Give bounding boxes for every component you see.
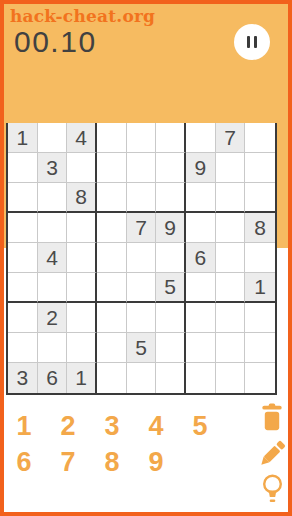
- cell-r5c1[interactable]: [8, 243, 38, 273]
- cell-r4c4[interactable]: [97, 213, 127, 243]
- cell-r3c9[interactable]: [245, 183, 275, 213]
- cell-r6c1[interactable]: [8, 273, 38, 303]
- cell-r8c9[interactable]: [245, 333, 275, 363]
- cell-r5c6[interactable]: [156, 243, 186, 273]
- cell-r4c8[interactable]: [216, 213, 246, 243]
- cell-r2c4[interactable]: [97, 153, 127, 183]
- cell-r6c4[interactable]: [97, 273, 127, 303]
- pause-icon: [254, 36, 257, 48]
- cell-r8c3[interactable]: [67, 333, 97, 363]
- cell-r7c9[interactable]: [245, 303, 275, 333]
- app-frame: hack-cheat.org 00.10 147398798465125361 …: [0, 0, 292, 516]
- cell-r8c8[interactable]: [216, 333, 246, 363]
- sudoku-board: 147398798465125361: [6, 123, 277, 395]
- cell-r2c9[interactable]: [245, 153, 275, 183]
- pause-button[interactable]: [234, 24, 270, 60]
- cell-r2c7[interactable]: 9: [186, 153, 216, 183]
- cell-r1c7[interactable]: [186, 123, 216, 153]
- cell-r7c2[interactable]: 2: [38, 303, 68, 333]
- cell-r9c7[interactable]: [186, 363, 216, 393]
- cell-r7c7[interactable]: [186, 303, 216, 333]
- cell-r3c2[interactable]: [38, 183, 68, 213]
- cell-r7c6[interactable]: [156, 303, 186, 333]
- cell-r1c8[interactable]: 7: [216, 123, 246, 153]
- numpad-3[interactable]: 3: [94, 411, 130, 441]
- cell-r5c4[interactable]: [97, 243, 127, 273]
- cell-r2c1[interactable]: [8, 153, 38, 183]
- cell-r4c3[interactable]: [67, 213, 97, 243]
- cell-r9c5[interactable]: [127, 363, 157, 393]
- cell-r1c4[interactable]: [97, 123, 127, 153]
- cell-r1c6[interactable]: [156, 123, 186, 153]
- cell-r6c3[interactable]: [67, 273, 97, 303]
- cell-r8c7[interactable]: [186, 333, 216, 363]
- cell-r1c5[interactable]: [127, 123, 157, 153]
- numpad-row-1: 1 2 3 4 5: [6, 411, 218, 441]
- trash-icon: [259, 403, 285, 431]
- lightbulb-icon: [260, 473, 285, 505]
- numpad-8[interactable]: 8: [94, 447, 130, 477]
- cell-r2c2[interactable]: 3: [38, 153, 68, 183]
- cell-r9c8[interactable]: [216, 363, 246, 393]
- cell-r7c3[interactable]: [67, 303, 97, 333]
- cell-r4c6[interactable]: 9: [156, 213, 186, 243]
- cell-r7c4[interactable]: [97, 303, 127, 333]
- cell-r1c1[interactable]: 1: [8, 123, 38, 153]
- cell-r7c5[interactable]: [127, 303, 157, 333]
- cell-r2c3[interactable]: [67, 153, 97, 183]
- cell-r3c1[interactable]: [8, 183, 38, 213]
- cell-r9c2[interactable]: 6: [38, 363, 68, 393]
- numpad-9[interactable]: 9: [138, 447, 174, 477]
- cell-r9c6[interactable]: [156, 363, 186, 393]
- cell-r5c3[interactable]: [67, 243, 97, 273]
- numpad-6[interactable]: 6: [6, 447, 42, 477]
- cell-r5c9[interactable]: [245, 243, 275, 273]
- erase-button[interactable]: [259, 403, 285, 431]
- cell-r3c7[interactable]: [186, 183, 216, 213]
- cell-r4c7[interactable]: [186, 213, 216, 243]
- watermark-banner: hack-cheat.org: [10, 5, 155, 27]
- cell-r3c8[interactable]: [216, 183, 246, 213]
- cell-r2c5[interactable]: [127, 153, 157, 183]
- cell-r7c8[interactable]: [216, 303, 246, 333]
- cell-r8c1[interactable]: [8, 333, 38, 363]
- numpad-7[interactable]: 7: [50, 447, 86, 477]
- cell-r1c3[interactable]: 4: [67, 123, 97, 153]
- numpad-4[interactable]: 4: [138, 411, 174, 441]
- cell-r6c5[interactable]: [127, 273, 157, 303]
- cell-r4c1[interactable]: [8, 213, 38, 243]
- cell-r1c2[interactable]: [38, 123, 68, 153]
- cell-r8c2[interactable]: [38, 333, 68, 363]
- cell-r3c4[interactable]: [97, 183, 127, 213]
- cell-r9c9[interactable]: [245, 363, 275, 393]
- cell-r2c8[interactable]: [216, 153, 246, 183]
- pencil-icon: [257, 438, 287, 470]
- cell-r8c4[interactable]: [97, 333, 127, 363]
- cell-r5c8[interactable]: [216, 243, 246, 273]
- cell-r3c5[interactable]: [127, 183, 157, 213]
- cell-r9c4[interactable]: [97, 363, 127, 393]
- cell-r3c3[interactable]: 8: [67, 183, 97, 213]
- cell-r5c5[interactable]: [127, 243, 157, 273]
- cell-r6c7[interactable]: [186, 273, 216, 303]
- cell-r8c6[interactable]: [156, 333, 186, 363]
- numpad-row-2: 6 7 8 9: [6, 447, 174, 477]
- cell-r6c6[interactable]: 5: [156, 273, 186, 303]
- numpad-5[interactable]: 5: [182, 411, 218, 441]
- cell-r7c1[interactable]: [8, 303, 38, 333]
- cell-r8c5[interactable]: 5: [127, 333, 157, 363]
- hint-button[interactable]: [260, 473, 285, 505]
- cell-r3c6[interactable]: [156, 183, 186, 213]
- cell-r6c9[interactable]: 1: [245, 273, 275, 303]
- cell-r4c2[interactable]: [38, 213, 68, 243]
- notes-button[interactable]: [257, 438, 287, 470]
- cell-r1c9[interactable]: [245, 123, 275, 153]
- cell-r9c3[interactable]: 1: [67, 363, 97, 393]
- cell-r2c6[interactable]: [156, 153, 186, 183]
- timer-display: 00.10: [14, 25, 97, 59]
- cell-r4c5[interactable]: 7: [127, 213, 157, 243]
- pause-icon: [247, 36, 250, 48]
- cell-r6c2[interactable]: [38, 273, 68, 303]
- numpad-1[interactable]: 1: [6, 411, 42, 441]
- cell-r9c1[interactable]: 3: [8, 363, 38, 393]
- numpad-2[interactable]: 2: [50, 411, 86, 441]
- cell-r5c7[interactable]: 6: [186, 243, 216, 273]
- cell-r4c9[interactable]: 8: [245, 213, 275, 243]
- cell-r6c8[interactable]: [216, 273, 246, 303]
- cell-r5c2[interactable]: 4: [38, 243, 68, 273]
